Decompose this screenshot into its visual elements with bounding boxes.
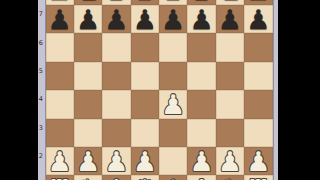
square-e1[interactable]: ♚ bbox=[159, 175, 187, 180]
piece-white-pawn[interactable]: ♟ bbox=[246, 148, 270, 175]
chess-board[interactable]: ♜♞♝♛♚♝♞♜♟♟♟♟♟♟♟♟♟♟♟♟♟♟♟♟♜♞♝♛♚♝♞♜ bbox=[46, 0, 273, 180]
square-e5[interactable] bbox=[159, 62, 187, 90]
rank-label-3: 3 bbox=[38, 124, 44, 132]
square-h6[interactable] bbox=[244, 33, 272, 61]
piece-white-pawn[interactable]: ♟ bbox=[218, 148, 242, 175]
square-a2[interactable]: ♟ bbox=[46, 147, 74, 175]
rank-label-7: 7 bbox=[38, 10, 44, 18]
square-a5[interactable] bbox=[46, 62, 74, 90]
piece-white-pawn[interactable]: ♟ bbox=[104, 148, 128, 175]
square-h2[interactable]: ♟ bbox=[244, 147, 272, 175]
piece-white-bishop[interactable]: ♝ bbox=[104, 176, 128, 180]
piece-black-pawn[interactable]: ♟ bbox=[76, 6, 100, 33]
square-g1[interactable]: ♞ bbox=[216, 175, 244, 180]
square-e2[interactable] bbox=[159, 147, 187, 175]
rank-label-5: 5 bbox=[38, 67, 44, 75]
piece-white-knight[interactable]: ♞ bbox=[76, 176, 100, 180]
square-g7[interactable]: ♟ bbox=[216, 5, 244, 33]
square-a7[interactable]: ♟ bbox=[46, 5, 74, 33]
square-d7[interactable]: ♟ bbox=[131, 5, 159, 33]
square-b1[interactable]: ♞ bbox=[74, 175, 102, 180]
square-c1[interactable]: ♝ bbox=[102, 175, 130, 180]
square-c2[interactable]: ♟ bbox=[102, 147, 130, 175]
square-a4[interactable] bbox=[46, 90, 74, 118]
square-f1[interactable]: ♝ bbox=[187, 175, 215, 180]
square-f7[interactable]: ♟ bbox=[187, 5, 215, 33]
square-a6[interactable] bbox=[46, 33, 74, 61]
piece-white-king[interactable]: ♚ bbox=[161, 176, 185, 180]
square-d5[interactable] bbox=[131, 62, 159, 90]
square-g4[interactable] bbox=[216, 90, 244, 118]
square-b5[interactable] bbox=[74, 62, 102, 90]
square-h1[interactable]: ♜ bbox=[244, 175, 272, 180]
piece-black-pawn[interactable]: ♟ bbox=[218, 6, 242, 33]
square-b3[interactable] bbox=[74, 119, 102, 147]
square-e4[interactable]: ♟ bbox=[159, 90, 187, 118]
square-c7[interactable]: ♟ bbox=[102, 5, 130, 33]
square-b4[interactable] bbox=[74, 90, 102, 118]
square-f5[interactable] bbox=[187, 62, 215, 90]
piece-black-pawn[interactable]: ♟ bbox=[161, 6, 185, 33]
piece-white-knight[interactable]: ♞ bbox=[218, 176, 242, 180]
square-c6[interactable] bbox=[102, 33, 130, 61]
square-d6[interactable] bbox=[131, 33, 159, 61]
square-e6[interactable] bbox=[159, 33, 187, 61]
rank-label-4: 4 bbox=[38, 95, 44, 103]
piece-black-pawn[interactable]: ♟ bbox=[133, 6, 157, 33]
square-d3[interactable] bbox=[131, 119, 159, 147]
square-e7[interactable]: ♟ bbox=[159, 5, 187, 33]
piece-black-pawn[interactable]: ♟ bbox=[104, 6, 128, 33]
rank-coordinates-strip: 87654321 bbox=[38, 0, 46, 180]
square-h3[interactable] bbox=[244, 119, 272, 147]
video-frame: 87654321 ♜♞♝♛♚♝♞♜♟♟♟♟♟♟♟♟♟♟♟♟♟♟♟♟♜♞♝♛♚♝♞… bbox=[0, 0, 320, 180]
piece-black-pawn[interactable]: ♟ bbox=[189, 6, 213, 33]
piece-white-bishop[interactable]: ♝ bbox=[189, 176, 213, 180]
rank-label-6: 6 bbox=[38, 39, 44, 47]
rank-label-2: 2 bbox=[38, 152, 44, 160]
square-g5[interactable] bbox=[216, 62, 244, 90]
square-b6[interactable] bbox=[74, 33, 102, 61]
square-c4[interactable] bbox=[102, 90, 130, 118]
square-g3[interactable] bbox=[216, 119, 244, 147]
square-g6[interactable] bbox=[216, 33, 244, 61]
piece-white-pawn[interactable]: ♟ bbox=[133, 148, 157, 175]
piece-white-rook[interactable]: ♜ bbox=[246, 176, 270, 180]
right-border-strip bbox=[273, 0, 278, 180]
square-c3[interactable] bbox=[102, 119, 130, 147]
square-f2[interactable]: ♟ bbox=[187, 147, 215, 175]
square-a1[interactable]: ♜ bbox=[46, 175, 74, 180]
piece-white-pawn[interactable]: ♟ bbox=[76, 148, 100, 175]
square-f3[interactable] bbox=[187, 119, 215, 147]
piece-black-pawn[interactable]: ♟ bbox=[48, 6, 72, 33]
square-b2[interactable]: ♟ bbox=[74, 147, 102, 175]
square-g2[interactable]: ♟ bbox=[216, 147, 244, 175]
square-h5[interactable] bbox=[244, 62, 272, 90]
square-h7[interactable]: ♟ bbox=[244, 5, 272, 33]
square-d2[interactable]: ♟ bbox=[131, 147, 159, 175]
square-b7[interactable]: ♟ bbox=[74, 5, 102, 33]
square-e3[interactable] bbox=[159, 119, 187, 147]
piece-black-pawn[interactable]: ♟ bbox=[246, 6, 270, 33]
square-d1[interactable]: ♛ bbox=[131, 175, 159, 180]
square-c5[interactable] bbox=[102, 62, 130, 90]
square-f4[interactable] bbox=[187, 90, 215, 118]
piece-white-pawn[interactable]: ♟ bbox=[161, 91, 185, 118]
piece-white-pawn[interactable]: ♟ bbox=[189, 148, 213, 175]
piece-white-pawn[interactable]: ♟ bbox=[48, 148, 72, 175]
piece-white-queen[interactable]: ♛ bbox=[133, 176, 157, 180]
piece-white-rook[interactable]: ♜ bbox=[48, 176, 72, 180]
square-d4[interactable] bbox=[131, 90, 159, 118]
square-a3[interactable] bbox=[46, 119, 74, 147]
square-f6[interactable] bbox=[187, 33, 215, 61]
square-h4[interactable] bbox=[244, 90, 272, 118]
